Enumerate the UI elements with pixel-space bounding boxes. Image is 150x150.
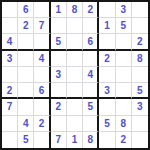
sudoku-cell-r5c3[interactable] (34, 67, 50, 83)
sudoku-cell-r3c5[interactable] (67, 34, 83, 50)
sudoku-cell-r7c2[interactable] (18, 99, 34, 115)
sudoku-cell-r2c9[interactable] (132, 18, 148, 34)
sudoku-cell-r1c9[interactable] (132, 2, 148, 18)
sudoku-cell-r8c9[interactable] (132, 116, 148, 132)
sudoku-cell-r9c4[interactable]: 7 (51, 132, 67, 148)
sudoku-cell-r3c3[interactable] (34, 34, 50, 50)
sudoku-cell-r1c1[interactable] (2, 2, 18, 18)
sudoku-cell-r9c5[interactable]: 1 (67, 132, 83, 148)
sudoku-cell-r6c8[interactable] (116, 83, 132, 99)
sudoku-cell-r8c8[interactable]: 8 (116, 116, 132, 132)
sudoku-cell-r7c8[interactable] (116, 99, 132, 115)
cell-digit: 4 (23, 118, 29, 129)
sudoku-cell-r4c4[interactable] (51, 51, 67, 67)
sudoku-cell-r4c7[interactable]: 2 (99, 51, 115, 67)
sudoku-cell-r9c1[interactable] (2, 132, 18, 148)
sudoku-cell-r3c1[interactable]: 4 (2, 34, 18, 50)
cell-digit: 7 (7, 101, 13, 112)
sudoku-cell-r6c5[interactable] (67, 83, 83, 99)
sudoku-cell-r5c1[interactable] (2, 67, 18, 83)
cell-digit: 6 (23, 4, 29, 15)
sudoku-cell-r2c2[interactable]: 2 (18, 18, 34, 34)
cell-digit: 2 (7, 85, 13, 96)
sudoku-cell-r1c3[interactable] (34, 2, 50, 18)
cell-digit: 8 (87, 134, 93, 145)
cell-digit: 5 (120, 20, 126, 31)
sudoku-cell-r6c7[interactable]: 3 (99, 83, 115, 99)
cell-digit: 2 (87, 4, 93, 15)
cell-digit: 5 (137, 85, 143, 96)
cell-digit: 3 (7, 53, 13, 64)
sudoku-cell-r8c2[interactable]: 4 (18, 116, 34, 132)
sudoku-cell-r4c3[interactable]: 4 (34, 51, 50, 67)
sudoku-cell-r6c4[interactable] (51, 83, 67, 99)
sudoku-cell-r8c1[interactable] (2, 116, 18, 132)
sudoku-cell-r6c1[interactable]: 2 (2, 83, 18, 99)
sudoku-cell-r3c4[interactable]: 5 (51, 34, 67, 50)
sudoku-cell-r5c5[interactable] (67, 67, 83, 83)
cell-digit: 3 (55, 69, 61, 80)
sudoku-cell-r5c2[interactable] (18, 67, 34, 83)
sudoku-cell-r1c2[interactable]: 6 (18, 2, 34, 18)
sudoku-cell-r9c9[interactable] (132, 132, 148, 148)
sudoku-cell-r1c5[interactable]: 8 (67, 2, 83, 18)
cell-digit: 8 (137, 53, 143, 64)
sudoku-cell-r8c3[interactable]: 2 (34, 116, 50, 132)
cell-digit: 6 (39, 85, 45, 96)
sudoku-cell-r6c3[interactable]: 6 (34, 83, 50, 99)
sudoku-cell-r4c5[interactable] (67, 51, 83, 67)
sudoku-cell-r4c6[interactable] (83, 51, 99, 67)
cell-digit: 3 (120, 4, 126, 15)
sudoku-cell-r6c9[interactable]: 5 (132, 83, 148, 99)
sudoku-cell-r9c3[interactable] (34, 132, 50, 148)
sudoku-cell-r3c2[interactable] (18, 34, 34, 50)
sudoku-cell-r2c4[interactable] (51, 18, 67, 34)
sudoku-cell-r5c4[interactable]: 3 (51, 67, 67, 83)
sudoku-cell-r5c9[interactable] (132, 67, 148, 83)
sudoku-cell-r5c7[interactable] (99, 67, 115, 83)
sudoku-cell-r2c1[interactable] (2, 18, 18, 34)
sudoku-cell-r6c2[interactable] (18, 83, 34, 99)
sudoku-cell-r2c7[interactable]: 1 (99, 18, 115, 34)
cell-digit: 5 (104, 118, 110, 129)
sudoku-cell-r4c8[interactable] (116, 51, 132, 67)
sudoku-cell-r1c7[interactable] (99, 2, 115, 18)
cell-digit: 8 (72, 4, 78, 15)
cell-digit: 4 (87, 69, 93, 80)
cell-digit: 4 (39, 53, 45, 64)
sudoku-cell-r4c9[interactable]: 8 (132, 51, 148, 67)
cell-digit: 2 (55, 101, 61, 112)
sudoku-cell-r8c4[interactable] (51, 116, 67, 132)
sudoku-cell-r2c3[interactable]: 7 (34, 18, 50, 34)
cell-digit: 2 (120, 134, 126, 145)
cell-digit: 4 (7, 36, 13, 47)
sudoku-cell-r9c8[interactable]: 2 (116, 132, 132, 148)
cell-digit: 1 (72, 134, 78, 145)
sudoku-cell-r9c2[interactable]: 5 (18, 132, 34, 148)
cell-digit: 1 (55, 4, 61, 15)
sudoku-cell-r1c8[interactable]: 3 (116, 2, 132, 18)
cell-digit: 2 (137, 36, 143, 47)
sudoku-cell-r1c6[interactable]: 2 (83, 2, 99, 18)
sudoku-cell-r3c9[interactable]: 2 (132, 34, 148, 50)
sudoku-cell-r9c7[interactable] (99, 132, 115, 148)
sudoku-cell-r6c6[interactable] (83, 83, 99, 99)
sudoku-cell-r9c6[interactable]: 8 (83, 132, 99, 148)
cell-digit: 6 (87, 36, 93, 47)
sudoku-cell-r2c6[interactable] (83, 18, 99, 34)
sudoku-cell-r7c6[interactable]: 5 (83, 99, 99, 115)
sudoku-cell-r5c8[interactable] (116, 67, 132, 83)
cell-digit: 1 (104, 20, 110, 31)
sudoku-cell-r7c3[interactable] (34, 99, 50, 115)
cell-digit: 7 (39, 20, 45, 31)
cell-digit: 5 (55, 36, 61, 47)
sudoku-cell-r4c1[interactable]: 3 (2, 51, 18, 67)
sudoku-cell-r7c9[interactable]: 3 (132, 99, 148, 115)
sudoku-cell-r7c7[interactable] (99, 99, 115, 115)
sudoku-cell-r8c7[interactable]: 5 (99, 116, 115, 132)
sudoku-cell-r3c8[interactable] (116, 34, 132, 50)
sudoku-board: 618232715456234283426357253425857182 (0, 0, 150, 150)
sudoku-cell-r8c5[interactable] (67, 116, 83, 132)
sudoku-cell-r2c5[interactable] (67, 18, 83, 34)
cell-digit: 2 (23, 20, 29, 31)
cell-digit: 5 (23, 134, 29, 145)
sudoku-cell-r4c2[interactable] (18, 51, 34, 67)
cell-digit: 2 (104, 53, 110, 64)
cell-digit: 2 (39, 118, 45, 129)
sudoku-cell-r2c8[interactable]: 5 (116, 18, 132, 34)
cell-digit: 8 (120, 118, 126, 129)
sudoku-cell-r7c4[interactable]: 2 (51, 99, 67, 115)
sudoku-cell-r7c1[interactable]: 7 (2, 99, 18, 115)
sudoku-cell-r7c5[interactable] (67, 99, 83, 115)
sudoku-cell-r5c6[interactable]: 4 (83, 67, 99, 83)
cell-digit: 5 (87, 101, 93, 112)
sudoku-cell-r3c7[interactable] (99, 34, 115, 50)
sudoku-cell-r8c6[interactable] (83, 116, 99, 132)
sudoku-cell-r3c6[interactable]: 6 (83, 34, 99, 50)
sudoku-cell-r1c4[interactable]: 1 (51, 2, 67, 18)
cell-digit: 7 (55, 134, 61, 145)
cell-digit: 3 (137, 101, 143, 112)
cell-digit: 3 (104, 85, 110, 96)
